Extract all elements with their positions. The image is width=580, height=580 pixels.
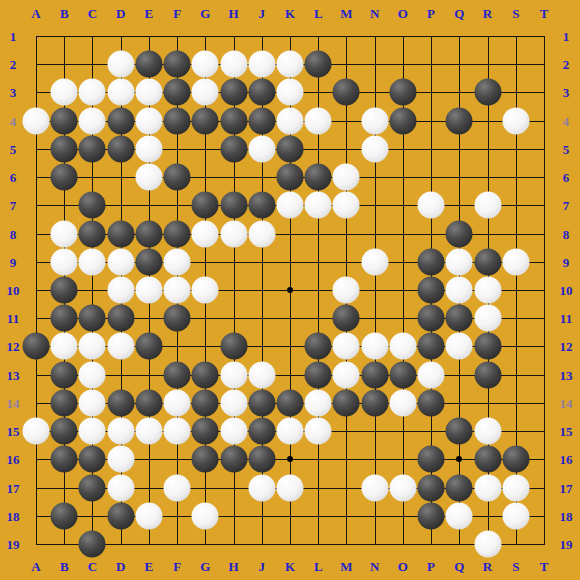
intersection-Q10[interactable]	[445, 276, 473, 304]
intersection-J10[interactable]	[248, 276, 276, 304]
intersection-R16[interactable]	[474, 445, 502, 473]
intersection-Q5[interactable]	[445, 135, 473, 163]
intersection-G11[interactable]	[191, 304, 219, 332]
intersection-F15[interactable]	[163, 417, 191, 445]
intersection-T13[interactable]	[530, 361, 558, 389]
intersection-A8[interactable]	[22, 220, 50, 248]
intersection-Q16[interactable]	[445, 445, 473, 473]
intersection-O8[interactable]	[389, 220, 417, 248]
intersection-C15[interactable]	[78, 417, 106, 445]
intersection-C4[interactable]	[78, 107, 106, 135]
intersection-C13[interactable]	[78, 361, 106, 389]
intersection-A2[interactable]	[22, 50, 50, 78]
intersection-M10[interactable]	[332, 276, 360, 304]
intersection-H8[interactable]	[220, 220, 248, 248]
intersection-G3[interactable]	[191, 78, 219, 106]
intersection-S19[interactable]	[502, 530, 530, 558]
intersection-A6[interactable]	[22, 163, 50, 191]
intersection-H7[interactable]	[220, 191, 248, 219]
intersection-L10[interactable]	[304, 276, 332, 304]
intersection-B18[interactable]	[50, 502, 78, 530]
intersection-G8[interactable]	[191, 220, 219, 248]
intersection-F7[interactable]	[163, 191, 191, 219]
intersection-D16[interactable]	[107, 445, 135, 473]
intersection-B2[interactable]	[50, 50, 78, 78]
intersection-N10[interactable]	[361, 276, 389, 304]
intersection-J9[interactable]	[248, 248, 276, 276]
intersection-E14[interactable]	[135, 389, 163, 417]
intersection-F17[interactable]	[163, 474, 191, 502]
intersection-B14[interactable]	[50, 389, 78, 417]
intersection-O4[interactable]	[389, 107, 417, 135]
intersection-P12[interactable]	[417, 332, 445, 360]
intersection-R3[interactable]	[474, 78, 502, 106]
intersection-M8[interactable]	[332, 220, 360, 248]
intersection-K17[interactable]	[276, 474, 304, 502]
intersection-R4[interactable]	[474, 107, 502, 135]
intersection-D9[interactable]	[107, 248, 135, 276]
intersection-R15[interactable]	[474, 417, 502, 445]
intersection-O15[interactable]	[389, 417, 417, 445]
intersection-T17[interactable]	[530, 474, 558, 502]
intersection-H2[interactable]	[220, 50, 248, 78]
intersection-F12[interactable]	[163, 332, 191, 360]
intersection-M18[interactable]	[332, 502, 360, 530]
intersection-J12[interactable]	[248, 332, 276, 360]
intersection-K11[interactable]	[276, 304, 304, 332]
intersection-L16[interactable]	[304, 445, 332, 473]
intersection-T15[interactable]	[530, 417, 558, 445]
intersection-A11[interactable]	[22, 304, 50, 332]
intersection-O2[interactable]	[389, 50, 417, 78]
intersection-A5[interactable]	[22, 135, 50, 163]
intersection-P16[interactable]	[417, 445, 445, 473]
intersection-L4[interactable]	[304, 107, 332, 135]
intersection-G6[interactable]	[191, 163, 219, 191]
intersection-F18[interactable]	[163, 502, 191, 530]
intersection-K4[interactable]	[276, 107, 304, 135]
intersection-Q1[interactable]	[445, 22, 473, 50]
intersection-Q11[interactable]	[445, 304, 473, 332]
intersection-R17[interactable]	[474, 474, 502, 502]
intersection-K1[interactable]	[276, 22, 304, 50]
intersection-G18[interactable]	[191, 502, 219, 530]
intersection-L17[interactable]	[304, 474, 332, 502]
intersection-C3[interactable]	[78, 78, 106, 106]
intersection-A16[interactable]	[22, 445, 50, 473]
intersection-K18[interactable]	[276, 502, 304, 530]
intersection-E6[interactable]	[135, 163, 163, 191]
intersection-Q12[interactable]	[445, 332, 473, 360]
intersection-P5[interactable]	[417, 135, 445, 163]
intersection-C12[interactable]	[78, 332, 106, 360]
intersection-T19[interactable]	[530, 530, 558, 558]
intersection-R19[interactable]	[474, 530, 502, 558]
intersection-M5[interactable]	[332, 135, 360, 163]
intersection-A17[interactable]	[22, 474, 50, 502]
intersection-O9[interactable]	[389, 248, 417, 276]
intersection-K5[interactable]	[276, 135, 304, 163]
intersection-E13[interactable]	[135, 361, 163, 389]
intersection-J5[interactable]	[248, 135, 276, 163]
intersection-L14[interactable]	[304, 389, 332, 417]
intersection-N6[interactable]	[361, 163, 389, 191]
intersection-J3[interactable]	[248, 78, 276, 106]
intersection-P14[interactable]	[417, 389, 445, 417]
intersection-C16[interactable]	[78, 445, 106, 473]
intersection-O19[interactable]	[389, 530, 417, 558]
intersection-R6[interactable]	[474, 163, 502, 191]
intersection-F2[interactable]	[163, 50, 191, 78]
intersection-N9[interactable]	[361, 248, 389, 276]
intersection-D18[interactable]	[107, 502, 135, 530]
intersection-F11[interactable]	[163, 304, 191, 332]
intersection-B5[interactable]	[50, 135, 78, 163]
intersection-D2[interactable]	[107, 50, 135, 78]
intersection-R13[interactable]	[474, 361, 502, 389]
intersection-H12[interactable]	[220, 332, 248, 360]
intersection-Q4[interactable]	[445, 107, 473, 135]
intersection-R14[interactable]	[474, 389, 502, 417]
intersection-P6[interactable]	[417, 163, 445, 191]
intersection-K7[interactable]	[276, 191, 304, 219]
intersection-B1[interactable]	[50, 22, 78, 50]
intersection-B8[interactable]	[50, 220, 78, 248]
intersection-N3[interactable]	[361, 78, 389, 106]
intersection-R5[interactable]	[474, 135, 502, 163]
intersection-J13[interactable]	[248, 361, 276, 389]
intersection-P18[interactable]	[417, 502, 445, 530]
intersection-H4[interactable]	[220, 107, 248, 135]
intersection-C18[interactable]	[78, 502, 106, 530]
intersection-M11[interactable]	[332, 304, 360, 332]
intersection-C10[interactable]	[78, 276, 106, 304]
intersection-L15[interactable]	[304, 417, 332, 445]
intersection-H17[interactable]	[220, 474, 248, 502]
intersection-J14[interactable]	[248, 389, 276, 417]
intersection-D10[interactable]	[107, 276, 135, 304]
intersection-M14[interactable]	[332, 389, 360, 417]
intersection-F9[interactable]	[163, 248, 191, 276]
intersection-E5[interactable]	[135, 135, 163, 163]
intersection-M6[interactable]	[332, 163, 360, 191]
intersection-N19[interactable]	[361, 530, 389, 558]
intersection-L5[interactable]	[304, 135, 332, 163]
intersection-H16[interactable]	[220, 445, 248, 473]
intersection-Q7[interactable]	[445, 191, 473, 219]
intersection-S4[interactable]	[502, 107, 530, 135]
intersection-F13[interactable]	[163, 361, 191, 389]
intersection-B7[interactable]	[50, 191, 78, 219]
intersection-B9[interactable]	[50, 248, 78, 276]
intersection-D3[interactable]	[107, 78, 135, 106]
intersection-Q8[interactable]	[445, 220, 473, 248]
intersection-G12[interactable]	[191, 332, 219, 360]
intersection-K14[interactable]	[276, 389, 304, 417]
intersection-O16[interactable]	[389, 445, 417, 473]
intersection-N18[interactable]	[361, 502, 389, 530]
intersection-M2[interactable]	[332, 50, 360, 78]
intersection-M7[interactable]	[332, 191, 360, 219]
intersection-S7[interactable]	[502, 191, 530, 219]
intersection-F6[interactable]	[163, 163, 191, 191]
intersection-F4[interactable]	[163, 107, 191, 135]
intersection-T12[interactable]	[530, 332, 558, 360]
intersection-P3[interactable]	[417, 78, 445, 106]
intersection-Q9[interactable]	[445, 248, 473, 276]
intersection-B15[interactable]	[50, 417, 78, 445]
intersection-Q13[interactable]	[445, 361, 473, 389]
intersection-E11[interactable]	[135, 304, 163, 332]
intersection-L6[interactable]	[304, 163, 332, 191]
intersection-N7[interactable]	[361, 191, 389, 219]
intersection-B19[interactable]	[50, 530, 78, 558]
intersection-B3[interactable]	[50, 78, 78, 106]
intersection-L19[interactable]	[304, 530, 332, 558]
intersection-L8[interactable]	[304, 220, 332, 248]
intersection-R1[interactable]	[474, 22, 502, 50]
intersection-J15[interactable]	[248, 417, 276, 445]
intersection-G19[interactable]	[191, 530, 219, 558]
intersection-N4[interactable]	[361, 107, 389, 135]
intersection-M19[interactable]	[332, 530, 360, 558]
intersection-H11[interactable]	[220, 304, 248, 332]
intersection-T5[interactable]	[530, 135, 558, 163]
intersection-J18[interactable]	[248, 502, 276, 530]
intersection-F16[interactable]	[163, 445, 191, 473]
intersection-J1[interactable]	[248, 22, 276, 50]
intersection-O13[interactable]	[389, 361, 417, 389]
intersection-P1[interactable]	[417, 22, 445, 50]
intersection-B16[interactable]	[50, 445, 78, 473]
intersection-H19[interactable]	[220, 530, 248, 558]
intersection-A10[interactable]	[22, 276, 50, 304]
intersection-N15[interactable]	[361, 417, 389, 445]
intersection-F14[interactable]	[163, 389, 191, 417]
intersection-C5[interactable]	[78, 135, 106, 163]
intersection-G13[interactable]	[191, 361, 219, 389]
intersection-C1[interactable]	[78, 22, 106, 50]
intersection-M13[interactable]	[332, 361, 360, 389]
intersection-H9[interactable]	[220, 248, 248, 276]
intersection-T1[interactable]	[530, 22, 558, 50]
intersection-C19[interactable]	[78, 530, 106, 558]
intersection-B11[interactable]	[50, 304, 78, 332]
intersection-M3[interactable]	[332, 78, 360, 106]
intersection-S6[interactable]	[502, 163, 530, 191]
intersection-Q19[interactable]	[445, 530, 473, 558]
intersection-J8[interactable]	[248, 220, 276, 248]
intersection-D5[interactable]	[107, 135, 135, 163]
intersection-D6[interactable]	[107, 163, 135, 191]
intersection-M1[interactable]	[332, 22, 360, 50]
intersection-O14[interactable]	[389, 389, 417, 417]
intersection-H13[interactable]	[220, 361, 248, 389]
intersection-K9[interactable]	[276, 248, 304, 276]
intersection-S1[interactable]	[502, 22, 530, 50]
intersection-M16[interactable]	[332, 445, 360, 473]
intersection-L13[interactable]	[304, 361, 332, 389]
intersection-S16[interactable]	[502, 445, 530, 473]
intersection-G16[interactable]	[191, 445, 219, 473]
intersection-J19[interactable]	[248, 530, 276, 558]
intersection-E15[interactable]	[135, 417, 163, 445]
intersection-A18[interactable]	[22, 502, 50, 530]
intersection-P9[interactable]	[417, 248, 445, 276]
intersection-T4[interactable]	[530, 107, 558, 135]
intersection-F10[interactable]	[163, 276, 191, 304]
intersection-T3[interactable]	[530, 78, 558, 106]
intersection-T14[interactable]	[530, 389, 558, 417]
intersection-N17[interactable]	[361, 474, 389, 502]
intersection-O17[interactable]	[389, 474, 417, 502]
intersection-R12[interactable]	[474, 332, 502, 360]
intersection-S12[interactable]	[502, 332, 530, 360]
intersection-H1[interactable]	[220, 22, 248, 50]
intersection-L7[interactable]	[304, 191, 332, 219]
intersection-H10[interactable]	[220, 276, 248, 304]
intersection-H15[interactable]	[220, 417, 248, 445]
intersection-G14[interactable]	[191, 389, 219, 417]
intersection-J2[interactable]	[248, 50, 276, 78]
intersection-C2[interactable]	[78, 50, 106, 78]
intersection-R18[interactable]	[474, 502, 502, 530]
intersection-R11[interactable]	[474, 304, 502, 332]
intersection-G10[interactable]	[191, 276, 219, 304]
intersection-B6[interactable]	[50, 163, 78, 191]
intersection-K15[interactable]	[276, 417, 304, 445]
intersection-B4[interactable]	[50, 107, 78, 135]
intersection-P2[interactable]	[417, 50, 445, 78]
intersection-O11[interactable]	[389, 304, 417, 332]
intersection-O5[interactable]	[389, 135, 417, 163]
intersection-N5[interactable]	[361, 135, 389, 163]
intersection-G4[interactable]	[191, 107, 219, 135]
intersection-T11[interactable]	[530, 304, 558, 332]
intersection-P7[interactable]	[417, 191, 445, 219]
intersection-J16[interactable]	[248, 445, 276, 473]
intersection-L18[interactable]	[304, 502, 332, 530]
intersection-D7[interactable]	[107, 191, 135, 219]
intersection-G1[interactable]	[191, 22, 219, 50]
intersection-K13[interactable]	[276, 361, 304, 389]
intersection-S11[interactable]	[502, 304, 530, 332]
intersection-A12[interactable]	[22, 332, 50, 360]
intersection-E1[interactable]	[135, 22, 163, 50]
intersection-D17[interactable]	[107, 474, 135, 502]
intersection-O12[interactable]	[389, 332, 417, 360]
intersection-A4[interactable]	[22, 107, 50, 135]
intersection-A7[interactable]	[22, 191, 50, 219]
intersection-M17[interactable]	[332, 474, 360, 502]
intersection-J6[interactable]	[248, 163, 276, 191]
intersection-Q3[interactable]	[445, 78, 473, 106]
intersection-O6[interactable]	[389, 163, 417, 191]
intersection-E7[interactable]	[135, 191, 163, 219]
intersection-N1[interactable]	[361, 22, 389, 50]
intersection-H3[interactable]	[220, 78, 248, 106]
intersection-L11[interactable]	[304, 304, 332, 332]
intersection-E3[interactable]	[135, 78, 163, 106]
intersection-P17[interactable]	[417, 474, 445, 502]
intersection-E17[interactable]	[135, 474, 163, 502]
intersection-D8[interactable]	[107, 220, 135, 248]
intersection-H14[interactable]	[220, 389, 248, 417]
intersection-B12[interactable]	[50, 332, 78, 360]
intersection-C17[interactable]	[78, 474, 106, 502]
intersection-K6[interactable]	[276, 163, 304, 191]
intersection-Q18[interactable]	[445, 502, 473, 530]
intersection-G2[interactable]	[191, 50, 219, 78]
intersection-D11[interactable]	[107, 304, 135, 332]
intersection-B17[interactable]	[50, 474, 78, 502]
intersection-R9[interactable]	[474, 248, 502, 276]
intersection-G17[interactable]	[191, 474, 219, 502]
intersection-S10[interactable]	[502, 276, 530, 304]
intersection-J11[interactable]	[248, 304, 276, 332]
intersection-O1[interactable]	[389, 22, 417, 50]
intersection-S2[interactable]	[502, 50, 530, 78]
intersection-J4[interactable]	[248, 107, 276, 135]
intersection-O10[interactable]	[389, 276, 417, 304]
intersection-B10[interactable]	[50, 276, 78, 304]
intersection-J7[interactable]	[248, 191, 276, 219]
intersection-S18[interactable]	[502, 502, 530, 530]
intersection-N11[interactable]	[361, 304, 389, 332]
intersection-N2[interactable]	[361, 50, 389, 78]
intersection-N8[interactable]	[361, 220, 389, 248]
intersection-L3[interactable]	[304, 78, 332, 106]
intersection-M12[interactable]	[332, 332, 360, 360]
intersection-Q15[interactable]	[445, 417, 473, 445]
intersection-D12[interactable]	[107, 332, 135, 360]
intersection-L9[interactable]	[304, 248, 332, 276]
intersection-K10[interactable]	[276, 276, 304, 304]
intersection-Q17[interactable]	[445, 474, 473, 502]
intersection-K2[interactable]	[276, 50, 304, 78]
intersection-E19[interactable]	[135, 530, 163, 558]
intersection-K8[interactable]	[276, 220, 304, 248]
intersection-M9[interactable]	[332, 248, 360, 276]
intersection-F1[interactable]	[163, 22, 191, 50]
intersection-J17[interactable]	[248, 474, 276, 502]
intersection-T16[interactable]	[530, 445, 558, 473]
intersection-O18[interactable]	[389, 502, 417, 530]
intersection-C9[interactable]	[78, 248, 106, 276]
intersection-E4[interactable]	[135, 107, 163, 135]
intersection-C14[interactable]	[78, 389, 106, 417]
intersection-C6[interactable]	[78, 163, 106, 191]
intersection-C8[interactable]	[78, 220, 106, 248]
intersection-H6[interactable]	[220, 163, 248, 191]
intersection-Q6[interactable]	[445, 163, 473, 191]
intersection-P19[interactable]	[417, 530, 445, 558]
intersection-K19[interactable]	[276, 530, 304, 558]
intersection-E2[interactable]	[135, 50, 163, 78]
intersection-A19[interactable]	[22, 530, 50, 558]
intersection-G15[interactable]	[191, 417, 219, 445]
intersection-K16[interactable]	[276, 445, 304, 473]
intersection-D4[interactable]	[107, 107, 135, 135]
intersection-L12[interactable]	[304, 332, 332, 360]
intersection-F3[interactable]	[163, 78, 191, 106]
intersection-A14[interactable]	[22, 389, 50, 417]
intersection-Q2[interactable]	[445, 50, 473, 78]
intersection-T10[interactable]	[530, 276, 558, 304]
intersection-B13[interactable]	[50, 361, 78, 389]
intersection-S14[interactable]	[502, 389, 530, 417]
intersection-A13[interactable]	[22, 361, 50, 389]
